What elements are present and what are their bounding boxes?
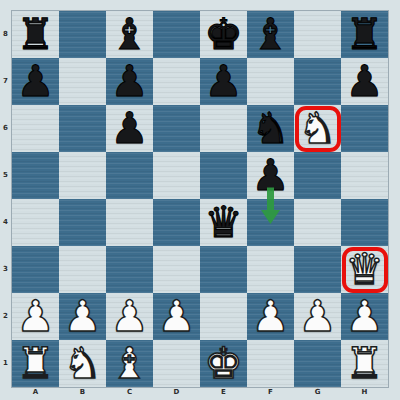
square-g7[interactable] bbox=[294, 58, 341, 105]
rank-label-8: 8 bbox=[0, 11, 11, 58]
square-e6[interactable] bbox=[200, 105, 247, 152]
piece-black-king[interactable]: ♚ bbox=[200, 11, 247, 58]
rank-label-4: 4 bbox=[0, 199, 11, 246]
piece-black-pawn[interactable]: ♟ bbox=[12, 58, 59, 105]
square-h5[interactable] bbox=[341, 152, 388, 199]
piece-white-rook[interactable]: ♜ bbox=[12, 340, 59, 387]
square-a5[interactable] bbox=[12, 152, 59, 199]
square-f8[interactable]: ♝ bbox=[247, 11, 294, 58]
file-label-h: H bbox=[341, 387, 388, 400]
file-label-g: G bbox=[294, 387, 341, 400]
piece-white-king[interactable]: ♚ bbox=[200, 340, 247, 387]
piece-white-knight[interactable]: ♞ bbox=[294, 105, 341, 152]
piece-black-queen[interactable]: ♛ bbox=[200, 199, 247, 246]
rank-label-2: 2 bbox=[0, 293, 11, 340]
square-d2[interactable]: ♟ bbox=[153, 293, 200, 340]
file-label-f: F bbox=[247, 387, 294, 400]
file-label-a: A bbox=[12, 387, 59, 400]
square-e3[interactable] bbox=[200, 246, 247, 293]
square-d6[interactable] bbox=[153, 105, 200, 152]
piece-white-queen[interactable]: ♛ bbox=[341, 246, 388, 293]
piece-black-pawn[interactable]: ♟ bbox=[247, 152, 294, 199]
piece-white-bishop[interactable]: ♝ bbox=[106, 340, 153, 387]
square-h8[interactable]: ♜ bbox=[341, 11, 388, 58]
square-h2[interactable]: ♟ bbox=[341, 293, 388, 340]
square-a7[interactable]: ♟ bbox=[12, 58, 59, 105]
square-b7[interactable] bbox=[59, 58, 106, 105]
square-b2[interactable]: ♟ bbox=[59, 293, 106, 340]
square-b8[interactable] bbox=[59, 11, 106, 58]
square-h6[interactable] bbox=[341, 105, 388, 152]
rank-label-6: 6 bbox=[0, 105, 11, 152]
piece-black-rook[interactable]: ♜ bbox=[341, 11, 388, 58]
piece-black-pawn[interactable]: ♟ bbox=[106, 58, 153, 105]
square-d7[interactable] bbox=[153, 58, 200, 105]
piece-white-pawn[interactable]: ♟ bbox=[247, 293, 294, 340]
square-e5[interactable] bbox=[200, 152, 247, 199]
square-c3[interactable] bbox=[106, 246, 153, 293]
square-d5[interactable] bbox=[153, 152, 200, 199]
square-c8[interactable]: ♝ bbox=[106, 11, 153, 58]
piece-white-pawn[interactable]: ♟ bbox=[12, 293, 59, 340]
piece-white-pawn[interactable]: ♟ bbox=[59, 293, 106, 340]
square-e8[interactable]: ♚ bbox=[200, 11, 247, 58]
square-a8[interactable]: ♜ bbox=[12, 11, 59, 58]
square-g3[interactable] bbox=[294, 246, 341, 293]
piece-black-pawn[interactable]: ♟ bbox=[341, 58, 388, 105]
piece-white-pawn[interactable]: ♟ bbox=[153, 293, 200, 340]
square-b4[interactable] bbox=[59, 199, 106, 246]
square-g1[interactable] bbox=[294, 340, 341, 387]
piece-black-knight[interactable]: ♞ bbox=[247, 105, 294, 152]
square-b1[interactable]: ♞ bbox=[59, 340, 106, 387]
piece-black-rook[interactable]: ♜ bbox=[12, 11, 59, 58]
square-d4[interactable] bbox=[153, 199, 200, 246]
square-a4[interactable] bbox=[12, 199, 59, 246]
square-a3[interactable] bbox=[12, 246, 59, 293]
rank-label-1: 1 bbox=[0, 340, 11, 387]
square-c4[interactable] bbox=[106, 199, 153, 246]
square-a2[interactable]: ♟ bbox=[12, 293, 59, 340]
square-h4[interactable] bbox=[341, 199, 388, 246]
rank-label-5: 5 bbox=[0, 152, 11, 199]
square-c1[interactable]: ♝ bbox=[106, 340, 153, 387]
square-c2[interactable]: ♟ bbox=[106, 293, 153, 340]
piece-white-rook[interactable]: ♜ bbox=[341, 340, 388, 387]
square-g4[interactable] bbox=[294, 199, 341, 246]
piece-black-bishop[interactable]: ♝ bbox=[106, 11, 153, 58]
square-e7[interactable]: ♟ bbox=[200, 58, 247, 105]
square-d3[interactable] bbox=[153, 246, 200, 293]
square-b5[interactable] bbox=[59, 152, 106, 199]
square-f4[interactable] bbox=[247, 199, 294, 246]
square-f5[interactable]: ♟ bbox=[247, 152, 294, 199]
piece-black-pawn[interactable]: ♟ bbox=[200, 58, 247, 105]
rank-label-3: 3 bbox=[0, 246, 11, 293]
square-e4[interactable]: ♛ bbox=[200, 199, 247, 246]
square-b6[interactable] bbox=[59, 105, 106, 152]
square-g2[interactable]: ♟ bbox=[294, 293, 341, 340]
square-e2[interactable] bbox=[200, 293, 247, 340]
file-label-e: E bbox=[200, 387, 247, 400]
square-c5[interactable] bbox=[106, 152, 153, 199]
piece-white-pawn[interactable]: ♟ bbox=[106, 293, 153, 340]
file-labels: ABCDEFGH bbox=[12, 387, 388, 400]
square-f7[interactable] bbox=[247, 58, 294, 105]
piece-black-pawn[interactable]: ♟ bbox=[106, 105, 153, 152]
square-g8[interactable] bbox=[294, 11, 341, 58]
square-f2[interactable]: ♟ bbox=[247, 293, 294, 340]
file-label-d: D bbox=[153, 387, 200, 400]
square-f3[interactable] bbox=[247, 246, 294, 293]
square-h7[interactable]: ♟ bbox=[341, 58, 388, 105]
square-d8[interactable] bbox=[153, 11, 200, 58]
square-e1[interactable]: ♚ bbox=[200, 340, 247, 387]
file-label-c: C bbox=[106, 387, 153, 400]
square-d1[interactable] bbox=[153, 340, 200, 387]
piece-black-bishop[interactable]: ♝ bbox=[247, 11, 294, 58]
rank-labels: 87654321 bbox=[0, 11, 12, 387]
piece-white-pawn[interactable]: ♟ bbox=[341, 293, 388, 340]
chess-app: 87654321 ABCDEFGH ♜♝♚♝♜♟♟♟♟♟♞♞♟♛♛♟♟♟♟♟♟♟… bbox=[0, 0, 400, 400]
piece-white-knight[interactable]: ♞ bbox=[59, 340, 106, 387]
square-b3[interactable] bbox=[59, 246, 106, 293]
square-c7[interactable]: ♟ bbox=[106, 58, 153, 105]
square-h3[interactable]: ♛ bbox=[341, 246, 388, 293]
square-a1[interactable]: ♜ bbox=[12, 340, 59, 387]
chess-board: ♜♝♚♝♜♟♟♟♟♟♞♞♟♛♛♟♟♟♟♟♟♟♜♞♝♚♜ bbox=[12, 11, 388, 387]
square-f6[interactable]: ♞ bbox=[247, 105, 294, 152]
square-g6[interactable]: ♞ bbox=[294, 105, 341, 152]
square-c6[interactable]: ♟ bbox=[106, 105, 153, 152]
piece-white-pawn[interactable]: ♟ bbox=[294, 293, 341, 340]
square-h1[interactable]: ♜ bbox=[341, 340, 388, 387]
rank-label-7: 7 bbox=[0, 58, 11, 105]
file-label-b: B bbox=[59, 387, 106, 400]
square-f1[interactable] bbox=[247, 340, 294, 387]
square-g5[interactable] bbox=[294, 152, 341, 199]
square-a6[interactable] bbox=[12, 105, 59, 152]
